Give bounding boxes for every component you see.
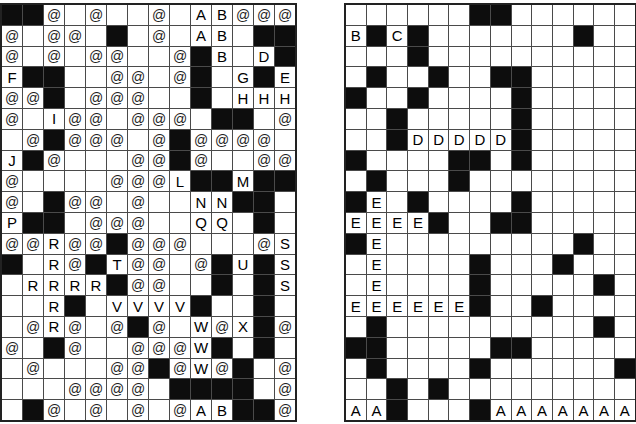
grid-cell-r19c7[interactable]: @ — [128, 379, 148, 399]
grid-cell-r8c10[interactable]: @ — [191, 151, 211, 171]
grid-cell-r10c14[interactable] — [615, 192, 635, 212]
grid-cell-r14c4[interactable]: R — [65, 275, 85, 295]
grid-cell-r11c7[interactable]: @ — [128, 213, 148, 233]
grid-cell-r14c9[interactable] — [170, 275, 190, 295]
grid-cell-r16c12[interactable]: X — [233, 317, 253, 337]
grid-cell-r4c1[interactable]: F — [2, 67, 22, 87]
grid-cell-r2c4[interactable]: @ — [65, 26, 85, 46]
grid-cell-r5c11[interactable] — [553, 88, 573, 108]
grid-cell-r9c6[interactable]: @ — [107, 171, 127, 191]
grid-cell-r20c6[interactable] — [107, 400, 127, 420]
grid-cell-r10c14[interactable] — [275, 192, 295, 212]
grid-cell-r1c14[interactable] — [615, 5, 635, 25]
grid-cell-r10c1[interactable]: @ — [2, 192, 22, 212]
grid-cell-r7c6[interactable]: D — [449, 130, 469, 150]
grid-cell-r19c7[interactable] — [470, 379, 490, 399]
grid-cell-r14c8[interactable] — [491, 275, 511, 295]
grid-cell-r6c3[interactable]: I — [44, 109, 64, 129]
grid-cell-r11c9[interactable] — [170, 213, 190, 233]
grid-cell-r9c5[interactable] — [429, 171, 449, 191]
grid-cell-r7c8[interactable]: D — [491, 130, 511, 150]
grid-cell-r18c4[interactable] — [65, 359, 85, 379]
grid-cell-r13c12[interactable]: U — [233, 255, 253, 275]
grid-cell-r3c13[interactable]: D — [254, 47, 274, 67]
grid-cell-r4c9[interactable]: @ — [170, 67, 190, 87]
grid-cell-r17c9[interactable]: @ — [170, 338, 190, 358]
grid-cell-r13c6[interactable]: T — [107, 255, 127, 275]
grid-cell-r5c13[interactable] — [594, 88, 614, 108]
grid-cell-r1c4[interactable] — [65, 5, 85, 25]
grid-cell-r7c14[interactable] — [275, 130, 295, 150]
grid-cell-r17c5[interactable] — [86, 338, 106, 358]
grid-cell-r17c7[interactable] — [470, 338, 490, 358]
grid-cell-r4c11[interactable] — [212, 67, 232, 87]
grid-cell-r9c10[interactable] — [532, 171, 552, 191]
grid-cell-r19c2[interactable] — [23, 379, 43, 399]
grid-cell-r14c1[interactable] — [346, 275, 366, 295]
grid-cell-r6c12[interactable] — [574, 109, 594, 129]
grid-cell-r19c11[interactable] — [553, 379, 573, 399]
grid-cell-r9c14[interactable] — [615, 171, 635, 191]
grid-cell-r8c14[interactable] — [615, 151, 635, 171]
grid-cell-r3c4[interactable] — [65, 47, 85, 67]
grid-cell-r18c3[interactable] — [387, 359, 407, 379]
grid-cell-r6c5[interactable]: @ — [86, 109, 106, 129]
grid-cell-r19c8[interactable] — [491, 379, 511, 399]
grid-cell-r15c12[interactable] — [233, 296, 253, 316]
grid-cell-r11c2[interactable]: E — [367, 213, 387, 233]
grid-cell-r12c7[interactable]: @ — [128, 234, 148, 254]
grid-cell-r7c2[interactable]: @ — [23, 130, 43, 150]
grid-cell-r20c10[interactable]: A — [532, 400, 552, 420]
grid-cell-r16c6[interactable] — [449, 317, 469, 337]
grid-cell-r17c14[interactable] — [275, 338, 295, 358]
grid-cell-r15c11[interactable] — [553, 296, 573, 316]
grid-cell-r17c14[interactable] — [615, 338, 635, 358]
grid-cell-r13c10[interactable]: @ — [191, 255, 211, 275]
grid-cell-r7c1[interactable] — [346, 130, 366, 150]
grid-cell-r1c14[interactable]: @ — [275, 5, 295, 25]
grid-cell-r3c2[interactable] — [367, 47, 387, 67]
grid-cell-r13c10[interactable] — [532, 255, 552, 275]
grid-cell-r5c5[interactable] — [429, 88, 449, 108]
grid-cell-r7c4[interactable]: @ — [65, 130, 85, 150]
grid-cell-r13c5[interactable] — [429, 255, 449, 275]
grid-cell-r3c7[interactable] — [128, 47, 148, 67]
grid-cell-r2c12[interactable] — [233, 26, 253, 46]
grid-cell-r8c12[interactable] — [574, 151, 594, 171]
grid-cell-r10c9[interactable] — [170, 192, 190, 212]
grid-cell-r10c7[interactable] — [470, 192, 490, 212]
grid-cell-r20c10[interactable]: A — [191, 400, 211, 420]
grid-cell-r5c2[interactable]: @ — [23, 88, 43, 108]
grid-cell-r17c3[interactable] — [387, 338, 407, 358]
grid-cell-r1c13[interactable] — [594, 5, 614, 25]
grid-cell-r7c11[interactable] — [553, 130, 573, 150]
grid-cell-r14c12[interactable] — [574, 275, 594, 295]
grid-cell-r8c14[interactable]: @ — [275, 151, 295, 171]
grid-cell-r8c10[interactable] — [532, 151, 552, 171]
grid-cell-r16c6[interactable]: @ — [107, 317, 127, 337]
grid-cell-r11c11[interactable]: Q — [212, 213, 232, 233]
grid-cell-r15c14[interactable] — [615, 296, 635, 316]
grid-cell-r18c8[interactable] — [491, 359, 511, 379]
grid-cell-r3c6[interactable] — [449, 47, 469, 67]
grid-cell-r13c1[interactable] — [346, 255, 366, 275]
grid-cell-r8c13[interactable]: @ — [254, 151, 274, 171]
grid-cell-r2c11[interactable]: B — [212, 26, 232, 46]
grid-cell-r5c12[interactable] — [574, 88, 594, 108]
grid-cell-r18c1[interactable] — [2, 359, 22, 379]
grid-cell-r7c14[interactable] — [615, 130, 635, 150]
grid-cell-r12c14[interactable] — [615, 234, 635, 254]
grid-cell-r10c10[interactable] — [532, 192, 552, 212]
grid-cell-r9c1[interactable] — [346, 171, 366, 191]
grid-cell-r3c14[interactable] — [615, 47, 635, 67]
grid-cell-r18c1[interactable] — [346, 359, 366, 379]
grid-cell-r12c11[interactable] — [212, 234, 232, 254]
grid-cell-r18c5[interactable] — [86, 359, 106, 379]
grid-cell-r16c1[interactable] — [346, 317, 366, 337]
grid-cell-r19c14[interactable]: @ — [275, 379, 295, 399]
grid-cell-r5c3[interactable] — [387, 88, 407, 108]
grid-cell-r3c13[interactable] — [594, 47, 614, 67]
grid-cell-r3c12[interactable] — [233, 47, 253, 67]
grid-cell-r16c4[interactable]: @ — [65, 317, 85, 337]
grid-cell-r15c5[interactable]: E — [429, 296, 449, 316]
grid-cell-r10c5[interactable]: @ — [86, 192, 106, 212]
grid-cell-r3c1[interactable] — [346, 47, 366, 67]
grid-cell-r2c7[interactable] — [128, 26, 148, 46]
grid-cell-r11c3[interactable]: E — [387, 213, 407, 233]
grid-cell-r8c13[interactable] — [594, 151, 614, 171]
grid-cell-r15c6[interactable]: V — [107, 296, 127, 316]
grid-cell-r16c11[interactable] — [553, 317, 573, 337]
grid-cell-r6c8[interactable]: @ — [149, 109, 169, 129]
grid-cell-r8c3[interactable] — [387, 151, 407, 171]
grid-cell-r4c7[interactable] — [470, 67, 490, 87]
grid-cell-r15c1[interactable] — [2, 296, 22, 316]
grid-cell-r10c12[interactable] — [574, 192, 594, 212]
grid-cell-r4c1[interactable] — [346, 67, 366, 87]
grid-cell-r5c14[interactable]: H — [275, 88, 295, 108]
grid-cell-r2c2[interactable] — [23, 26, 43, 46]
grid-cell-r20c3[interactable]: @ — [44, 400, 64, 420]
grid-cell-r20c1[interactable] — [2, 400, 22, 420]
grid-cell-r11c10[interactable]: Q — [191, 213, 211, 233]
grid-cell-r12c13[interactable] — [594, 234, 614, 254]
grid-cell-r4c5[interactable] — [86, 67, 106, 87]
grid-cell-r17c10[interactable] — [532, 338, 552, 358]
grid-cell-r16c3[interactable] — [387, 317, 407, 337]
grid-cell-r14c9[interactable] — [512, 275, 532, 295]
grid-cell-r9c4[interactable] — [65, 171, 85, 191]
grid-cell-r7c12[interactable]: @ — [233, 130, 253, 150]
grid-cell-r12c13[interactable]: @ — [254, 234, 274, 254]
grid-cell-r6c4[interactable] — [408, 109, 428, 129]
grid-cell-r17c6[interactable] — [107, 338, 127, 358]
grid-cell-r2c14[interactable] — [615, 26, 635, 46]
grid-cell-r10c7[interactable]: @ — [128, 192, 148, 212]
grid-cell-r12c5[interactable]: @ — [86, 234, 106, 254]
grid-cell-r9c4[interactable] — [408, 171, 428, 191]
grid-cell-r3c11[interactable] — [553, 47, 573, 67]
grid-cell-r12c8[interactable] — [491, 234, 511, 254]
grid-cell-r9c3[interactable] — [387, 171, 407, 191]
grid-cell-r4c10[interactable] — [532, 67, 552, 87]
grid-cell-r12c14[interactable]: S — [275, 234, 295, 254]
grid-cell-r11c6[interactable] — [449, 213, 469, 233]
grid-cell-r6c2[interactable] — [367, 109, 387, 129]
grid-cell-r7c13[interactable]: @ — [254, 130, 274, 150]
grid-cell-r14c14[interactable]: S — [275, 275, 295, 295]
grid-cell-r15c9[interactable] — [512, 296, 532, 316]
grid-cell-r14c10[interactable] — [191, 275, 211, 295]
grid-cell-r20c4[interactable] — [408, 400, 428, 420]
grid-cell-r6c7[interactable]: @ — [128, 109, 148, 129]
grid-cell-r13c8[interactable]: @ — [149, 255, 169, 275]
grid-cell-r19c13[interactable] — [254, 379, 274, 399]
grid-cell-r1c4[interactable] — [408, 5, 428, 25]
grid-cell-r2c10[interactable] — [532, 26, 552, 46]
grid-cell-r1c2[interactable] — [367, 5, 387, 25]
grid-cell-r3c5[interactable] — [429, 47, 449, 67]
grid-cell-r13c6[interactable] — [449, 255, 469, 275]
grid-cell-r6c10[interactable] — [532, 109, 552, 129]
grid-cell-r12c1[interactable]: @ — [2, 234, 22, 254]
grid-cell-r14c2[interactable]: E — [367, 275, 387, 295]
grid-cell-r19c3[interactable] — [44, 379, 64, 399]
grid-cell-r7c10[interactable]: @ — [191, 130, 211, 150]
grid-cell-r10c2[interactable] — [23, 192, 43, 212]
grid-cell-r11c11[interactable] — [553, 213, 573, 233]
grid-cell-r6c13[interactable] — [254, 109, 274, 129]
grid-cell-r9c3[interactable] — [44, 171, 64, 191]
grid-cell-r5c2[interactable] — [367, 88, 387, 108]
grid-cell-r11c14[interactable] — [615, 213, 635, 233]
grid-cell-r16c10[interactable] — [532, 317, 552, 337]
grid-cell-r5c6[interactable]: @ — [107, 88, 127, 108]
grid-cell-r12c12[interactable] — [233, 234, 253, 254]
grid-cell-r17c10[interactable]: W — [191, 338, 211, 358]
grid-cell-r12c4[interactable] — [408, 234, 428, 254]
grid-cell-r1c6[interactable] — [107, 5, 127, 25]
grid-cell-r1c11[interactable]: B — [212, 5, 232, 25]
grid-cell-r17c5[interactable] — [429, 338, 449, 358]
grid-cell-r2c1[interactable]: @ — [2, 26, 22, 46]
grid-cell-r8c6[interactable] — [107, 151, 127, 171]
grid-cell-r11c4[interactable]: E — [408, 213, 428, 233]
grid-cell-r12c3[interactable] — [387, 234, 407, 254]
grid-cell-r12c8[interactable]: @ — [149, 234, 169, 254]
grid-cell-r8c11[interactable] — [553, 151, 573, 171]
grid-cell-r11c8[interactable] — [149, 213, 169, 233]
grid-cell-r17c4[interactable] — [408, 338, 428, 358]
grid-cell-r17c12[interactable] — [233, 338, 253, 358]
grid-cell-r18c9[interactable] — [512, 359, 532, 379]
grid-cell-r13c13[interactable] — [594, 255, 614, 275]
grid-cell-r6c14[interactable]: @ — [275, 109, 295, 129]
grid-cell-r13c7[interactable]: @ — [128, 255, 148, 275]
grid-cell-r3c2[interactable] — [23, 47, 43, 67]
grid-cell-r9c1[interactable]: @ — [2, 171, 22, 191]
grid-cell-r3c1[interactable]: @ — [2, 47, 22, 67]
grid-cell-r20c1[interactable]: A — [346, 400, 366, 420]
grid-cell-r1c6[interactable] — [449, 5, 469, 25]
grid-cell-r16c10[interactable]: W — [191, 317, 211, 337]
grid-cell-r6c2[interactable] — [23, 109, 43, 129]
grid-cell-r12c2[interactable]: @ — [23, 234, 43, 254]
grid-cell-r16c9[interactable] — [512, 317, 532, 337]
grid-cell-r10c5[interactable] — [429, 192, 449, 212]
grid-cell-r11c13[interactable] — [594, 213, 614, 233]
grid-cell-r2c3[interactable]: @ — [44, 26, 64, 46]
grid-cell-r7c4[interactable]: D — [408, 130, 428, 150]
grid-cell-r1c12[interactable] — [574, 5, 594, 25]
grid-cell-r8c11[interactable] — [212, 151, 232, 171]
grid-cell-r16c4[interactable] — [408, 317, 428, 337]
grid-cell-r8c5[interactable] — [429, 151, 449, 171]
grid-cell-r15c2[interactable] — [23, 296, 43, 316]
grid-cell-r2c6[interactable] — [449, 26, 469, 46]
grid-cell-r15c8[interactable] — [491, 296, 511, 316]
grid-cell-r3c12[interactable] — [574, 47, 594, 67]
grid-cell-r20c8[interactable]: A — [491, 400, 511, 420]
grid-cell-r12c4[interactable]: @ — [65, 234, 85, 254]
grid-cell-r13c2[interactable] — [23, 255, 43, 275]
grid-cell-r10c3[interactable] — [387, 192, 407, 212]
grid-cell-r16c3[interactable]: R — [44, 317, 64, 337]
grid-cell-r7c6[interactable]: @ — [107, 130, 127, 150]
grid-cell-r4c4[interactable] — [65, 67, 85, 87]
grid-cell-r12c5[interactable] — [429, 234, 449, 254]
grid-cell-r13c9[interactable] — [170, 255, 190, 275]
grid-cell-r18c11[interactable] — [553, 359, 573, 379]
grid-cell-r19c5[interactable]: @ — [86, 379, 106, 399]
grid-cell-r13c12[interactable] — [574, 255, 594, 275]
grid-cell-r13c4[interactable]: @ — [65, 255, 85, 275]
grid-cell-r19c6[interactable]: @ — [107, 379, 127, 399]
grid-cell-r10c4[interactable]: @ — [65, 192, 85, 212]
grid-cell-r17c13[interactable] — [594, 338, 614, 358]
grid-cell-r18c10[interactable]: W — [191, 359, 211, 379]
grid-cell-r16c8[interactable] — [491, 317, 511, 337]
grid-cell-r4c12[interactable] — [574, 67, 594, 87]
grid-cell-r1c13[interactable]: @ — [254, 5, 274, 25]
grid-cell-r10c11[interactable] — [553, 192, 573, 212]
grid-cell-r3c7[interactable] — [470, 47, 490, 67]
grid-cell-r8c4[interactable] — [408, 151, 428, 171]
grid-cell-r10c2[interactable]: E — [367, 192, 387, 212]
grid-cell-r17c2[interactable] — [23, 338, 43, 358]
grid-cell-r18c2[interactable]: @ — [23, 359, 43, 379]
grid-cell-r15c4[interactable]: E — [408, 296, 428, 316]
grid-cell-r15c14[interactable] — [275, 296, 295, 316]
grid-cell-r7c7[interactable]: D — [470, 130, 490, 150]
grid-cell-r16c12[interactable] — [574, 317, 594, 337]
grid-cell-r14c6[interactable] — [449, 275, 469, 295]
grid-cell-r4c7[interactable]: @ — [128, 67, 148, 87]
grid-cell-r2c9[interactable] — [170, 26, 190, 46]
grid-cell-r2c9[interactable] — [512, 26, 532, 46]
grid-cell-r8c2[interactable] — [367, 151, 387, 171]
grid-cell-r3c11[interactable]: B — [212, 47, 232, 67]
grid-cell-r10c8[interactable] — [491, 192, 511, 212]
grid-cell-r18c13[interactable] — [594, 359, 614, 379]
grid-cell-r20c7[interactable]: @ — [128, 400, 148, 420]
grid-cell-r12c6[interactable] — [449, 234, 469, 254]
grid-cell-r20c5[interactable]: @ — [86, 400, 106, 420]
grid-cell-r7c12[interactable] — [574, 130, 594, 150]
grid-cell-r14c12[interactable] — [233, 275, 253, 295]
grid-cell-r15c1[interactable]: E — [346, 296, 366, 316]
grid-cell-r4c12[interactable]: G — [233, 67, 253, 87]
grid-cell-r17c12[interactable] — [574, 338, 594, 358]
grid-cell-r15c11[interactable] — [212, 296, 232, 316]
grid-cell-r12c2[interactable]: E — [367, 234, 387, 254]
grid-cell-r12c9[interactable] — [512, 234, 532, 254]
grid-cell-r19c1[interactable] — [346, 379, 366, 399]
grid-cell-r9c7[interactable]: @ — [128, 171, 148, 191]
grid-cell-r3c3[interactable] — [387, 47, 407, 67]
grid-cell-r8c3[interactable]: @ — [44, 151, 64, 171]
grid-cell-r14c10[interactable] — [532, 275, 552, 295]
grid-cell-r13c14[interactable]: S — [275, 255, 295, 275]
grid-cell-r13c9[interactable] — [512, 255, 532, 275]
grid-cell-r10c13[interactable] — [594, 192, 614, 212]
grid-cell-r18c5[interactable] — [429, 359, 449, 379]
grid-cell-r10c8[interactable] — [149, 192, 169, 212]
grid-cell-r17c11[interactable] — [553, 338, 573, 358]
grid-cell-r2c11[interactable] — [553, 26, 573, 46]
grid-cell-r6c13[interactable] — [594, 109, 614, 129]
grid-cell-r9c5[interactable] — [86, 171, 106, 191]
grid-cell-r18c7[interactable]: @ — [128, 359, 148, 379]
grid-cell-r18c11[interactable]: @ — [212, 359, 232, 379]
grid-cell-r17c1[interactable]: @ — [2, 338, 22, 358]
grid-cell-r7c11[interactable]: @ — [212, 130, 232, 150]
grid-cell-r20c11[interactable]: B — [212, 400, 232, 420]
grid-cell-r5c8[interactable] — [149, 88, 169, 108]
grid-cell-r1c5[interactable]: @ — [86, 5, 106, 25]
grid-cell-r9c8[interactable] — [491, 171, 511, 191]
grid-cell-r16c11[interactable]: @ — [212, 317, 232, 337]
grid-cell-r14c5[interactable] — [429, 275, 449, 295]
grid-cell-r12c11[interactable] — [553, 234, 573, 254]
grid-cell-r2c5[interactable] — [86, 26, 106, 46]
grid-cell-r7c10[interactable] — [532, 130, 552, 150]
grid-cell-r19c6[interactable] — [449, 379, 469, 399]
grid-cell-r6c11[interactable] — [553, 109, 573, 129]
grid-cell-r14c3[interactable] — [387, 275, 407, 295]
grid-cell-r4c8[interactable] — [149, 67, 169, 87]
grid-cell-r4c6[interactable] — [449, 67, 469, 87]
grid-cell-r15c6[interactable]: E — [449, 296, 469, 316]
grid-cell-r11c12[interactable] — [574, 213, 594, 233]
grid-cell-r8c4[interactable] — [65, 151, 85, 171]
grid-cell-r11c12[interactable] — [233, 213, 253, 233]
grid-cell-r1c3[interactable] — [387, 5, 407, 25]
grid-cell-r15c12[interactable] — [574, 296, 594, 316]
grid-cell-r12c7[interactable] — [470, 234, 490, 254]
grid-cell-r13c14[interactable] — [615, 255, 635, 275]
grid-cell-r18c9[interactable]: @ — [170, 359, 190, 379]
grid-cell-r9c13[interactable] — [594, 171, 614, 191]
grid-cell-r3c9[interactable]: @ — [170, 47, 190, 67]
grid-cell-r13c8[interactable] — [491, 255, 511, 275]
grid-cell-r20c13[interactable]: A — [594, 400, 614, 420]
grid-cell-r17c4[interactable]: @ — [65, 338, 85, 358]
